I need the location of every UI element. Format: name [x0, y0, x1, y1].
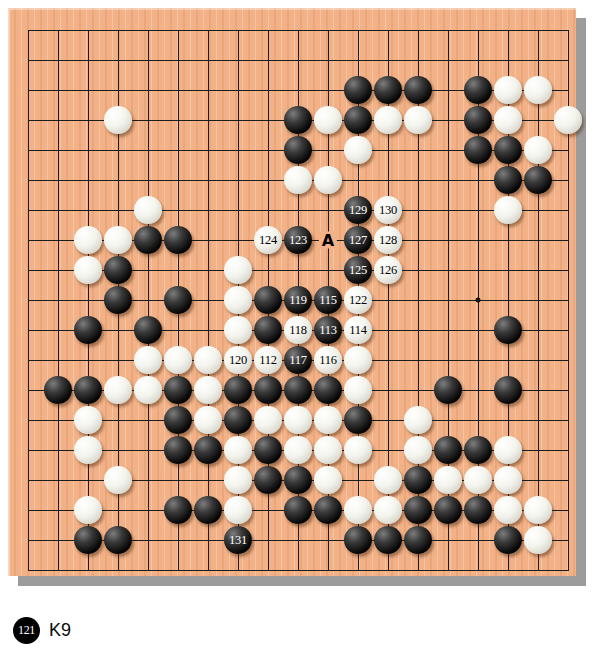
- stone-black: [344, 406, 372, 434]
- stone-black: [104, 256, 132, 284]
- stone-black: [464, 136, 492, 164]
- stone-white-move-128: 128: [374, 226, 402, 254]
- stone-white: [254, 406, 282, 434]
- grid-line-horizontal: [28, 570, 569, 571]
- stone-black: [494, 166, 522, 194]
- stone-white: [194, 376, 222, 404]
- stone-white: [404, 406, 432, 434]
- stone-white: [344, 376, 372, 404]
- stone-white: [314, 466, 342, 494]
- stone-black: [164, 406, 192, 434]
- grid-line-vertical: [538, 30, 539, 571]
- stone-black: [104, 526, 132, 554]
- stone-black-move-117: 117: [284, 346, 312, 374]
- stone-white-move-130: 130: [374, 196, 402, 224]
- stone-black: [284, 106, 312, 134]
- stone-black: [284, 136, 312, 164]
- stone-black-move-113: 113: [314, 316, 342, 344]
- stone-black: [104, 286, 132, 314]
- stone-black: [464, 106, 492, 134]
- stone-white: [74, 256, 102, 284]
- stone-white: [104, 376, 132, 404]
- stone-black: [374, 526, 402, 554]
- stone-white: [74, 226, 102, 254]
- stone-black-move-131: 131: [224, 526, 252, 554]
- stone-black: [464, 436, 492, 464]
- stone-white: [404, 436, 432, 464]
- stone-black: [194, 436, 222, 464]
- stone-black: [164, 286, 192, 314]
- stone-black: [524, 166, 552, 194]
- stone-white: [464, 466, 492, 494]
- stone-white: [74, 406, 102, 434]
- stone-white: [374, 106, 402, 134]
- stone-white: [134, 376, 162, 404]
- stone-black-move-127: 127: [344, 226, 372, 254]
- stone-white: [434, 466, 462, 494]
- stone-black-move-123: 123: [284, 226, 312, 254]
- stone-black: [494, 136, 522, 164]
- stone-white: [404, 106, 432, 134]
- stone-black: [164, 436, 192, 464]
- marker-label-A: A: [319, 232, 337, 249]
- stone-black: [434, 436, 462, 464]
- stone-white-move-116: 116: [314, 346, 342, 374]
- stone-white: [224, 496, 252, 524]
- stone-black: [74, 376, 102, 404]
- stone-black-move-119: 119: [284, 286, 312, 314]
- stone-white: [224, 316, 252, 344]
- stone-black: [404, 496, 432, 524]
- stone-black: [344, 76, 372, 104]
- stone-white: [284, 406, 312, 434]
- stone-black: [284, 376, 312, 404]
- stone-black-move-129: 129: [344, 196, 372, 224]
- stone-white-move-124: 124: [254, 226, 282, 254]
- caption-move-number: 121: [18, 623, 35, 638]
- stone-white: [374, 496, 402, 524]
- stone-white: [134, 196, 162, 224]
- stone-white: [554, 106, 582, 134]
- stone-white: [524, 496, 552, 524]
- stone-black-move-125: 125: [344, 256, 372, 284]
- stone-white-move-112: 112: [254, 346, 282, 374]
- stone-white: [74, 436, 102, 464]
- stone-black: [134, 226, 162, 254]
- stone-white: [224, 286, 252, 314]
- stone-white: [344, 496, 372, 524]
- stone-black: [494, 316, 522, 344]
- stone-white: [314, 106, 342, 134]
- stone-white: [524, 76, 552, 104]
- stone-black: [494, 376, 522, 404]
- stone-black: [494, 526, 522, 554]
- stone-white: [284, 166, 312, 194]
- stone-black: [464, 496, 492, 524]
- stone-white-move-126: 126: [374, 256, 402, 284]
- go-board: 1291301241231271281251261191151221181131…: [8, 8, 576, 576]
- stone-black: [314, 376, 342, 404]
- stone-black: [314, 496, 342, 524]
- stone-black: [224, 406, 252, 434]
- stone-black: [464, 76, 492, 104]
- stone-white: [494, 196, 522, 224]
- stone-white: [374, 466, 402, 494]
- stone-black: [44, 376, 72, 404]
- stone-black: [284, 496, 312, 524]
- stone-black: [254, 436, 282, 464]
- stone-white: [74, 496, 102, 524]
- stone-white-move-122: 122: [344, 286, 372, 314]
- stone-black: [284, 466, 312, 494]
- stone-white: [224, 466, 252, 494]
- stone-black: [404, 526, 432, 554]
- stone-black: [194, 496, 222, 524]
- stone-white: [494, 436, 522, 464]
- stone-white-move-120: 120: [224, 346, 252, 374]
- stone-white: [224, 436, 252, 464]
- stone-black: [254, 286, 282, 314]
- stone-black: [74, 316, 102, 344]
- stone-black: [134, 316, 162, 344]
- page: { "game": "go", "diagram_note": "19x19 g…: [0, 0, 600, 659]
- stone-white: [224, 256, 252, 284]
- stone-black: [404, 466, 432, 494]
- stone-white: [104, 106, 132, 134]
- stone-white: [284, 436, 312, 464]
- stone-black: [374, 76, 402, 104]
- stone-white: [494, 466, 522, 494]
- stone-black: [434, 496, 462, 524]
- stone-black: [254, 316, 282, 344]
- stone-white-move-114: 114: [344, 316, 372, 344]
- caption: 121 K9: [13, 616, 71, 644]
- stone-white: [194, 406, 222, 434]
- stone-black: [164, 226, 192, 254]
- stone-white: [314, 166, 342, 194]
- stone-black: [344, 106, 372, 134]
- stone-black: [164, 496, 192, 524]
- stone-white: [314, 406, 342, 434]
- stone-white: [314, 436, 342, 464]
- stone-white: [344, 436, 372, 464]
- stone-white: [344, 346, 372, 374]
- stone-white: [494, 496, 522, 524]
- stone-white: [494, 106, 522, 134]
- stone-white: [104, 466, 132, 494]
- stone-white-move-118: 118: [284, 316, 312, 344]
- caption-location-text: K9: [49, 620, 71, 641]
- stone-black: [434, 376, 462, 404]
- star-point: [476, 298, 481, 303]
- stone-black: [224, 376, 252, 404]
- stone-white: [194, 346, 222, 374]
- stone-white: [524, 136, 552, 164]
- stone-black: [164, 376, 192, 404]
- stone-black: [74, 526, 102, 554]
- stone-white: [494, 76, 522, 104]
- stone-white: [164, 346, 192, 374]
- stone-white: [134, 346, 162, 374]
- stone-black: [344, 526, 372, 554]
- stone-black-move-115: 115: [314, 286, 342, 314]
- stone-white: [524, 526, 552, 554]
- stone-white: [344, 136, 372, 164]
- stone-black: [254, 376, 282, 404]
- stone-black: [404, 76, 432, 104]
- stone-white: [104, 226, 132, 254]
- caption-move-stone: 121: [13, 617, 40, 644]
- stone-black: [254, 466, 282, 494]
